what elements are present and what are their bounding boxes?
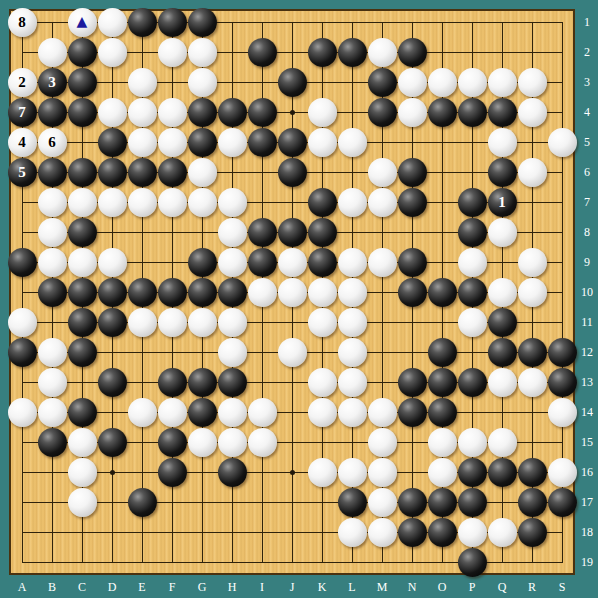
stone-black[interactable] — [218, 98, 247, 127]
row-label: 15 — [577, 435, 597, 450]
stone-black[interactable] — [488, 338, 517, 367]
stone-white[interactable] — [308, 278, 337, 307]
stone-white[interactable] — [248, 428, 277, 457]
column-label: P — [462, 580, 482, 595]
stone-black[interactable] — [188, 368, 217, 397]
stone-black[interactable] — [458, 278, 487, 307]
stone-white[interactable] — [38, 338, 67, 367]
star-point — [290, 470, 295, 475]
stone-black[interactable] — [158, 8, 187, 37]
stone-white[interactable] — [98, 188, 127, 217]
star-point — [110, 470, 115, 475]
stone-white[interactable] — [188, 38, 217, 67]
stone-black[interactable] — [398, 278, 427, 307]
stone-black[interactable] — [458, 98, 487, 127]
column-label: I — [252, 580, 272, 595]
stone-white[interactable] — [398, 68, 427, 97]
stone-white[interactable] — [488, 218, 517, 247]
stone-black[interactable] — [188, 8, 217, 37]
stone-black[interactable] — [428, 278, 457, 307]
row-label: 17 — [577, 495, 597, 510]
stone-black[interactable] — [98, 308, 127, 337]
star-point — [290, 110, 295, 115]
stone-black[interactable] — [398, 158, 427, 187]
row-label: 16 — [577, 465, 597, 480]
column-label: O — [432, 580, 452, 595]
stone-white[interactable] — [218, 428, 247, 457]
stone-white[interactable] — [368, 248, 397, 277]
row-label: 4 — [577, 105, 597, 120]
stone-white[interactable] — [218, 128, 247, 157]
stone-black[interactable] — [398, 488, 427, 517]
stone-white[interactable] — [368, 398, 397, 427]
stone-black[interactable] — [308, 38, 337, 67]
stone-black[interactable] — [518, 338, 547, 367]
stone-white[interactable]: 2 — [8, 68, 37, 97]
stone-white[interactable] — [218, 248, 247, 277]
stone-black[interactable] — [398, 368, 427, 397]
stone-white[interactable] — [338, 248, 367, 277]
stone-black[interactable] — [368, 98, 397, 127]
stone-white[interactable] — [158, 38, 187, 67]
stone-white[interactable] — [488, 128, 517, 157]
row-label: 3 — [577, 75, 597, 90]
stone-black[interactable] — [548, 488, 577, 517]
stone-black[interactable] — [128, 158, 157, 187]
stone-white[interactable] — [158, 128, 187, 157]
stone-black[interactable] — [428, 518, 457, 547]
stone-black[interactable] — [218, 368, 247, 397]
stone-white[interactable] — [188, 188, 217, 217]
row-label: 1 — [577, 15, 597, 30]
stone-black[interactable] — [38, 158, 67, 187]
stone-white[interactable] — [488, 428, 517, 457]
stone-white[interactable] — [518, 68, 547, 97]
stone-black[interactable] — [308, 248, 337, 277]
stone-white[interactable] — [278, 278, 307, 307]
stone-black[interactable] — [398, 188, 427, 217]
stone-black[interactable] — [458, 218, 487, 247]
stone-black[interactable] — [128, 278, 157, 307]
stone-white[interactable] — [128, 308, 157, 337]
stone-white[interactable] — [218, 188, 247, 217]
stone-black[interactable] — [428, 368, 457, 397]
stone-white[interactable] — [458, 428, 487, 457]
column-label: J — [282, 580, 302, 595]
stone-black[interactable] — [128, 8, 157, 37]
stone-white[interactable] — [98, 98, 127, 127]
stone-black[interactable] — [428, 488, 457, 517]
stone-black[interactable] — [368, 68, 397, 97]
stone-black[interactable] — [398, 398, 427, 427]
stone-white[interactable] — [278, 338, 307, 367]
stone-black[interactable] — [248, 248, 277, 277]
stone-black[interactable] — [458, 188, 487, 217]
stone-black[interactable] — [488, 98, 517, 127]
row-label: 8 — [577, 225, 597, 240]
stone-black[interactable] — [458, 488, 487, 517]
stone-black[interactable] — [68, 98, 97, 127]
stone-black[interactable] — [218, 458, 247, 487]
stone-black[interactable] — [278, 158, 307, 187]
row-label: 5 — [577, 135, 597, 150]
stone-black[interactable] — [278, 128, 307, 157]
stone-white[interactable] — [428, 458, 457, 487]
stone-white[interactable] — [218, 338, 247, 367]
stone-white[interactable] — [158, 98, 187, 127]
stone-white[interactable] — [548, 398, 577, 427]
stone-black[interactable] — [248, 128, 277, 157]
row-label: 11 — [577, 315, 597, 330]
stone-white[interactable] — [518, 278, 547, 307]
stone-black[interactable] — [68, 68, 97, 97]
stone-black[interactable] — [188, 98, 217, 127]
stone-black[interactable] — [158, 278, 187, 307]
stone-black[interactable] — [458, 458, 487, 487]
move-number-label: 1 — [498, 195, 506, 210]
stone-black[interactable] — [68, 278, 97, 307]
stone-white[interactable] — [308, 128, 337, 157]
stone-black[interactable] — [68, 338, 97, 367]
column-label: C — [72, 580, 92, 595]
stone-white[interactable] — [368, 188, 397, 217]
stone-white[interactable] — [248, 278, 277, 307]
stone-black[interactable] — [548, 368, 577, 397]
stone-black[interactable] — [188, 278, 217, 307]
stone-black[interactable]: 3 — [38, 68, 67, 97]
stone-white[interactable] — [128, 68, 157, 97]
stone-black[interactable] — [338, 488, 367, 517]
stone-white[interactable] — [128, 398, 157, 427]
stone-white[interactable]: 6 — [38, 128, 67, 157]
stone-black[interactable] — [308, 188, 337, 217]
stone-black[interactable] — [68, 308, 97, 337]
stone-white[interactable] — [128, 128, 157, 157]
row-label: 9 — [577, 255, 597, 270]
stone-white[interactable] — [188, 308, 217, 337]
stone-white[interactable] — [338, 518, 367, 547]
stone-black[interactable] — [488, 308, 517, 337]
stone-black[interactable] — [278, 218, 307, 247]
stone-white[interactable] — [458, 68, 487, 97]
stone-black[interactable] — [518, 458, 547, 487]
stone-white[interactable] — [548, 458, 577, 487]
stone-white[interactable] — [8, 308, 37, 337]
stone-white[interactable] — [308, 458, 337, 487]
stone-black[interactable] — [98, 428, 127, 457]
stone-black[interactable] — [428, 98, 457, 127]
move-number-label: 3 — [48, 75, 56, 90]
stone-white[interactable]: ▲ — [68, 8, 97, 37]
stone-white[interactable] — [38, 248, 67, 277]
stone-black[interactable] — [8, 338, 37, 367]
stone-white[interactable] — [158, 308, 187, 337]
stone-black[interactable] — [248, 38, 277, 67]
stone-black[interactable] — [128, 488, 157, 517]
stone-black[interactable] — [188, 248, 217, 277]
stone-black[interactable] — [518, 518, 547, 547]
stone-white[interactable] — [68, 428, 97, 457]
move-number-label: 7 — [18, 105, 26, 120]
stone-white[interactable] — [188, 68, 217, 97]
stone-black[interactable] — [8, 248, 37, 277]
stone-white[interactable] — [8, 398, 37, 427]
stone-black[interactable]: 1 — [488, 188, 517, 217]
stone-white[interactable] — [68, 248, 97, 277]
row-label: 10 — [577, 285, 597, 300]
stone-white[interactable] — [338, 338, 367, 367]
stone-white[interactable] — [518, 248, 547, 277]
column-label: D — [102, 580, 122, 595]
stone-white[interactable] — [218, 398, 247, 427]
stone-black[interactable] — [98, 158, 127, 187]
stone-white[interactable] — [458, 248, 487, 277]
stone-black[interactable] — [38, 98, 67, 127]
stone-black[interactable] — [98, 368, 127, 397]
stone-black[interactable] — [68, 158, 97, 187]
triangle-mark: ▲ — [77, 14, 88, 28]
stone-white[interactable] — [518, 158, 547, 187]
stone-white[interactable] — [98, 248, 127, 277]
row-label: 14 — [577, 405, 597, 420]
stone-white[interactable] — [308, 368, 337, 397]
stone-black[interactable] — [38, 428, 67, 457]
stone-white[interactable] — [38, 218, 67, 247]
move-number-label: 8 — [18, 15, 26, 30]
stone-white[interactable] — [368, 458, 397, 487]
stone-black[interactable] — [248, 98, 277, 127]
stone-white[interactable] — [218, 218, 247, 247]
column-label: S — [552, 580, 572, 595]
stone-white[interactable] — [368, 428, 397, 457]
stone-black[interactable] — [488, 458, 517, 487]
stone-white[interactable] — [338, 308, 367, 337]
column-label: K — [312, 580, 332, 595]
stone-black[interactable] — [68, 398, 97, 427]
stone-white[interactable] — [338, 398, 367, 427]
stone-white[interactable] — [338, 368, 367, 397]
stone-white[interactable] — [518, 98, 547, 127]
stone-white[interactable] — [428, 428, 457, 457]
stone-black[interactable] — [68, 38, 97, 67]
stone-white[interactable] — [368, 518, 397, 547]
row-label: 2 — [577, 45, 597, 60]
stone-black[interactable] — [248, 218, 277, 247]
stone-white[interactable] — [368, 38, 397, 67]
stone-black[interactable] — [158, 428, 187, 457]
row-label: 18 — [577, 525, 597, 540]
stone-white[interactable] — [398, 98, 427, 127]
stone-black[interactable] — [518, 488, 547, 517]
row-label: 12 — [577, 345, 597, 360]
stone-black[interactable] — [158, 158, 187, 187]
stone-black[interactable] — [458, 368, 487, 397]
stone-black[interactable]: 7 — [8, 98, 37, 127]
stone-black[interactable] — [158, 368, 187, 397]
stone-white[interactable]: 8 — [8, 8, 37, 37]
stone-white[interactable] — [38, 398, 67, 427]
row-label: 13 — [577, 375, 597, 390]
stone-white[interactable] — [128, 188, 157, 217]
stone-white[interactable] — [368, 158, 397, 187]
stone-white[interactable] — [158, 398, 187, 427]
column-label: M — [372, 580, 392, 595]
column-label: N — [402, 580, 422, 595]
stone-black[interactable] — [98, 278, 127, 307]
stone-white[interactable] — [38, 368, 67, 397]
stone-white[interactable] — [188, 428, 217, 457]
stone-white[interactable] — [428, 68, 457, 97]
stone-white[interactable] — [488, 518, 517, 547]
stone-white[interactable] — [98, 8, 127, 37]
column-label: R — [522, 580, 542, 595]
go-board-screen: 8▲237465112345678910111213141516171819AB… — [0, 0, 598, 598]
column-label: L — [342, 580, 362, 595]
row-label: 7 — [577, 195, 597, 210]
stone-white[interactable] — [128, 98, 157, 127]
stone-black[interactable] — [548, 338, 577, 367]
stone-black[interactable] — [398, 38, 427, 67]
stone-black[interactable] — [458, 548, 487, 577]
move-number-label: 4 — [18, 135, 26, 150]
stone-white[interactable] — [488, 68, 517, 97]
stone-black[interactable] — [488, 158, 517, 187]
stone-white[interactable] — [308, 98, 337, 127]
stone-black[interactable] — [188, 398, 217, 427]
stone-white[interactable] — [308, 308, 337, 337]
stone-white[interactable] — [488, 368, 517, 397]
stone-white[interactable] — [248, 398, 277, 427]
column-label: H — [222, 580, 242, 595]
stone-black[interactable] — [278, 68, 307, 97]
stone-black[interactable] — [338, 38, 367, 67]
row-label: 6 — [577, 165, 597, 180]
stone-white[interactable] — [38, 38, 67, 67]
stone-white[interactable] — [98, 38, 127, 67]
stone-white[interactable] — [338, 458, 367, 487]
grid-line-horizontal — [22, 412, 563, 413]
stone-white[interactable] — [488, 278, 517, 307]
stone-black[interactable] — [98, 128, 127, 157]
column-label: B — [42, 580, 62, 595]
stone-black[interactable] — [398, 248, 427, 277]
stone-white[interactable] — [338, 128, 367, 157]
stone-black[interactable] — [428, 398, 457, 427]
stone-black[interactable] — [158, 458, 187, 487]
stone-black[interactable] — [398, 518, 427, 547]
stone-white[interactable] — [278, 248, 307, 277]
stone-white[interactable] — [68, 458, 97, 487]
stone-black[interactable] — [218, 278, 247, 307]
stone-black[interactable] — [428, 338, 457, 367]
stone-white[interactable] — [458, 308, 487, 337]
column-label: A — [12, 580, 32, 595]
column-label: G — [192, 580, 212, 595]
stone-white[interactable] — [458, 518, 487, 547]
stone-white[interactable]: 4 — [8, 128, 37, 157]
stone-black[interactable] — [308, 218, 337, 247]
stone-white[interactable] — [368, 488, 397, 517]
move-number-label: 5 — [18, 165, 26, 180]
stone-white[interactable] — [518, 368, 547, 397]
stone-white[interactable] — [218, 308, 247, 337]
stone-black[interactable] — [38, 278, 67, 307]
stone-white[interactable] — [338, 188, 367, 217]
column-label: Q — [492, 580, 512, 595]
stone-white[interactable] — [548, 128, 577, 157]
stone-white[interactable] — [188, 158, 217, 187]
stone-white[interactable] — [38, 188, 67, 217]
stone-white[interactable] — [68, 188, 97, 217]
column-label: E — [132, 580, 152, 595]
move-number-label: 2 — [18, 75, 26, 90]
stone-black[interactable] — [68, 218, 97, 247]
stone-white[interactable] — [158, 188, 187, 217]
stone-black[interactable] — [188, 128, 217, 157]
stone-black[interactable]: 5 — [8, 158, 37, 187]
stone-white[interactable] — [338, 278, 367, 307]
move-number-label: 6 — [48, 135, 56, 150]
column-label: F — [162, 580, 182, 595]
stone-white[interactable] — [68, 488, 97, 517]
stone-white[interactable] — [308, 398, 337, 427]
row-label: 19 — [577, 555, 597, 570]
